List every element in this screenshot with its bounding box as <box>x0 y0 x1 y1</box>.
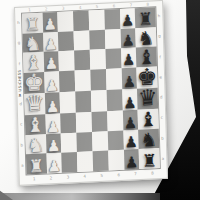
board-square[interactable]: ♟ <box>45 114 61 134</box>
board-square[interactable] <box>92 131 108 151</box>
piece-black-pawn[interactable]: ♟ <box>124 115 138 130</box>
coordinate-label: 6 <box>110 173 127 179</box>
coordinate-label: 7 <box>122 3 139 8</box>
piece-black-pawn[interactable]: ♟ <box>124 135 138 150</box>
board-square[interactable]: ♟ <box>121 48 137 68</box>
board-square[interactable] <box>89 29 105 49</box>
board-square[interactable] <box>106 68 122 91</box>
board-square[interactable]: ♟ <box>43 32 59 52</box>
board-square[interactable]: ♝ <box>25 115 46 136</box>
piece-white-pawn[interactable]: ♟ <box>45 57 59 72</box>
board-square[interactable] <box>108 150 124 170</box>
coordinate-label: 1 <box>21 7 38 12</box>
board-square[interactable] <box>59 50 75 70</box>
board-square[interactable] <box>58 11 74 31</box>
board-square[interactable] <box>77 152 93 172</box>
playing-area: ♜♟♟♜♞♟♟♞♝♟♟♝♚♟♟♚♛♟♟♛♝♟♟♝♞♟♟♞♜♟♟♜ <box>21 6 161 175</box>
piece-black-pawn[interactable]: ♟ <box>121 33 135 48</box>
piece-white-pawn[interactable]: ♟ <box>47 158 61 173</box>
coordinate-label: 6 <box>105 3 122 8</box>
board-square[interactable]: ♟ <box>45 93 61 115</box>
coordinate-label: 4 <box>76 174 93 180</box>
piece-black-knight[interactable]: ♞ <box>140 130 157 149</box>
piece-white-pawn[interactable]: ♟ <box>44 37 58 52</box>
chess-board: 12345678 12345678 hgfedcba hgfedcba ♛ US… <box>14 0 168 186</box>
board-square[interactable] <box>58 31 74 51</box>
coordinate-label: c <box>159 108 164 129</box>
coordinate-label: a <box>20 155 25 176</box>
coordinate-label: 2 <box>43 176 60 182</box>
coordinate-label: 8 <box>139 2 156 7</box>
board-square[interactable]: ♟ <box>124 149 140 169</box>
board-square[interactable] <box>91 91 107 113</box>
board-square[interactable]: ♜ <box>135 7 156 28</box>
board-branding-text: ♛ US CHESS <box>17 64 24 104</box>
coordinate-label: 8 <box>144 171 161 177</box>
board-square[interactable]: ♜ <box>22 13 43 34</box>
coordinate-label: 5 <box>89 4 106 9</box>
board-square[interactable]: ♜ <box>139 148 160 169</box>
piece-black-rook[interactable]: ♜ <box>142 152 157 169</box>
board-square[interactable]: ♟ <box>122 89 138 111</box>
board-square[interactable]: ♟ <box>44 71 60 94</box>
board-square[interactable] <box>105 29 121 49</box>
board-square[interactable] <box>92 112 108 132</box>
board-square[interactable] <box>104 9 120 29</box>
coordinate-label: a <box>160 148 165 169</box>
coordinate-label: h <box>16 13 21 34</box>
coordinate-label: 7 <box>127 172 144 178</box>
piece-black-pawn[interactable]: ♟ <box>123 75 137 90</box>
coordinate-label: 1 <box>26 177 43 183</box>
board-square[interactable]: ♟ <box>46 153 62 173</box>
coordinate-label: 3 <box>59 175 76 181</box>
piece-white-pawn[interactable]: ♟ <box>46 100 60 115</box>
board-square[interactable] <box>77 132 93 152</box>
coordinate-label: d <box>159 87 164 108</box>
piece-black-bishop[interactable]: ♝ <box>139 110 157 130</box>
bottom-shadow-band <box>0 193 160 200</box>
board-square[interactable] <box>93 151 109 171</box>
board-square[interactable] <box>60 92 76 114</box>
coordinate-label: 5 <box>93 173 110 179</box>
board-square[interactable] <box>75 69 91 92</box>
piece-black-rook[interactable]: ♜ <box>138 11 153 28</box>
piece-white-pawn[interactable]: ♟ <box>45 79 59 94</box>
photo-scene: 12345678 12345678 hgfedcba hgfedcba ♛ US… <box>0 0 200 200</box>
board-square[interactable]: ♟ <box>121 67 137 90</box>
coordinate-label: 3 <box>55 6 72 11</box>
board-square[interactable] <box>61 113 77 133</box>
board-square[interactable] <box>61 133 77 153</box>
piece-white-pawn[interactable]: ♟ <box>46 119 60 134</box>
coordinate-label: b <box>160 128 165 149</box>
board-square[interactable] <box>107 111 123 131</box>
board-square[interactable] <box>90 69 106 92</box>
board-square[interactable]: ♟ <box>46 133 62 153</box>
piece-white-knight[interactable]: ♞ <box>27 136 44 155</box>
piece-black-pawn[interactable]: ♟ <box>121 14 135 29</box>
board-square[interactable]: ♟ <box>122 110 138 130</box>
board-square[interactable] <box>74 50 90 70</box>
board-square[interactable] <box>108 130 124 150</box>
coordinate-label: b <box>19 135 24 156</box>
board-square[interactable]: ♟ <box>43 51 59 71</box>
board-square[interactable]: ♟ <box>120 28 136 48</box>
coordinate-label: h <box>156 6 161 27</box>
board-square[interactable]: ♞ <box>25 134 46 155</box>
coordinate-label: f <box>157 47 162 68</box>
board-square[interactable] <box>59 70 75 93</box>
coordinate-label: g <box>16 33 21 54</box>
board-square[interactable] <box>106 90 122 112</box>
piece-white-rook[interactable]: ♜ <box>29 157 44 174</box>
board-square[interactable] <box>74 30 90 50</box>
piece-white-pawn[interactable]: ♟ <box>47 139 61 154</box>
coordinate-label: c <box>18 114 23 135</box>
piece-white-pawn[interactable]: ♟ <box>44 17 58 32</box>
piece-white-bishop[interactable]: ♝ <box>26 115 44 135</box>
board-grid: ♜♟♟♜♞♟♟♞♝♟♟♝♚♟♟♚♛♟♟♛♝♟♟♝♞♟♟♞♜♟♟♜ <box>22 7 160 174</box>
piece-black-pawn[interactable]: ♟ <box>125 155 139 170</box>
piece-black-pawn[interactable]: ♟ <box>122 53 136 68</box>
coordinate-label: g <box>157 26 162 47</box>
coordinate-label: e <box>158 67 163 88</box>
piece-white-rook[interactable]: ♜ <box>25 16 40 33</box>
board-square[interactable] <box>76 112 92 132</box>
piece-black-pawn[interactable]: ♟ <box>123 96 137 111</box>
board-square[interactable]: ♟ <box>42 12 58 32</box>
board-square[interactable] <box>75 91 91 113</box>
board-square[interactable]: ♜ <box>26 154 47 175</box>
coordinate-label: 4 <box>72 5 89 10</box>
board-square[interactable]: ♞ <box>138 129 159 150</box>
board-square[interactable] <box>73 10 89 30</box>
board-square[interactable]: ♟ <box>120 8 136 28</box>
board-square[interactable]: ♟ <box>123 130 139 150</box>
board-square[interactable] <box>62 152 78 172</box>
coordinate-label: 2 <box>38 7 55 12</box>
board-square[interactable] <box>105 48 121 68</box>
board-square[interactable] <box>90 49 106 69</box>
board-square[interactable]: ♝ <box>138 109 159 130</box>
board-square[interactable] <box>89 10 105 30</box>
